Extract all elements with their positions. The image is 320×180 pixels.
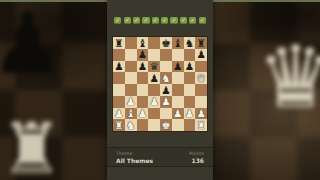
streak-check-icon: ✓ — [124, 17, 131, 24]
white-pawn-icon: ♟ — [114, 108, 123, 119]
white-pawn-icon: ♟ — [149, 96, 158, 107]
bottom-stats-bar: Theme All Themes Points 136 — [107, 147, 213, 167]
black-rook-icon: ♜ — [114, 37, 123, 48]
square-c5[interactable] — [137, 72, 149, 84]
streak-check-icon: ✓ — [161, 17, 168, 24]
square-g1[interactable] — [184, 119, 196, 131]
black-pawn-icon: ♟ — [138, 49, 147, 60]
white-knight-icon: ♞ — [161, 72, 170, 83]
black-pawn-icon: ♟ — [185, 61, 194, 72]
theme-value: All Themes — [116, 157, 153, 164]
square-c1[interactable] — [137, 119, 149, 131]
square-a4[interactable] — [113, 84, 125, 96]
square-g5[interactable] — [184, 72, 196, 84]
square-e3[interactable]: ♟ — [160, 96, 172, 108]
square-d3[interactable]: ♟ — [148, 96, 160, 108]
square-f2[interactable]: ♟ — [172, 108, 184, 120]
white-pawn-icon: ♟ — [173, 108, 182, 119]
square-g4[interactable] — [184, 84, 196, 96]
square-d8[interactable] — [148, 37, 160, 49]
square-h5[interactable]: ♛ — [195, 72, 207, 84]
square-b5[interactable] — [125, 72, 137, 84]
black-knight-icon: ♞ — [185, 37, 194, 48]
square-a6[interactable]: ♟ — [113, 61, 125, 73]
square-f6[interactable]: ♟ — [172, 61, 184, 73]
points-stat: Points 136 — [189, 151, 204, 164]
square-g6[interactable]: ♟ — [184, 61, 196, 73]
square-e7[interactable] — [160, 49, 172, 61]
streak-check-icon: ✓ — [142, 17, 149, 24]
black-bishop-icon: ♝ — [173, 37, 182, 48]
theme-stat: Theme All Themes — [116, 151, 153, 164]
white-pawn-icon: ♟ — [196, 108, 205, 119]
square-h4[interactable] — [195, 84, 207, 96]
streak-check-icon: ✓ — [152, 17, 159, 24]
black-rook-icon: ♜ — [196, 37, 205, 48]
square-g8[interactable]: ♞ — [184, 37, 196, 49]
black-king-icon: ♚ — [161, 37, 170, 48]
square-a5[interactable] — [113, 72, 125, 84]
square-c4[interactable] — [137, 84, 149, 96]
black-pawn-icon: ♟ — [161, 84, 170, 95]
white-pawn-icon: ♟ — [161, 96, 170, 107]
square-c2[interactable]: ♟ — [137, 108, 149, 120]
theme-label: Theme — [116, 151, 153, 156]
white-pawn-icon: ♟ — [126, 96, 135, 107]
white-rook-icon: ♜ — [114, 119, 123, 130]
app-screen: ♟ ♜ ♛ ✓✓✓✓✓✓✓✓✓✓ ♜♝♚♝♞♜♟♟♟♟♛♟♟♟♞♛♟♟♟♟♟♝♟… — [0, 0, 320, 180]
square-a8[interactable]: ♜ — [113, 37, 125, 49]
square-b7[interactable] — [125, 49, 137, 61]
streak-check-icon: ✓ — [189, 17, 196, 24]
streak-row: ✓✓✓✓✓✓✓✓✓✓ — [107, 17, 213, 24]
points-label: Points — [189, 151, 204, 156]
white-king-icon: ♚ — [161, 119, 170, 130]
square-d2[interactable] — [148, 108, 160, 120]
square-b8[interactable] — [125, 37, 137, 49]
streak-check-icon: ✓ — [170, 17, 177, 24]
white-pawn-icon: ♟ — [185, 108, 194, 119]
chess-board[interactable]: ♜♝♚♝♞♜♟♟♟♟♛♟♟♟♞♛♟♟♟♟♟♝♟♟♟♟♜♞♚♜ — [113, 37, 207, 131]
square-a1[interactable]: ♜ — [113, 119, 125, 131]
square-h7[interactable]: ♟ — [195, 49, 207, 61]
white-pawn-icon: ♟ — [138, 108, 147, 119]
black-pawn-icon: ♟ — [196, 49, 205, 60]
square-b6[interactable] — [125, 61, 137, 73]
black-queen-icon: ♛ — [149, 61, 158, 72]
black-pawn-icon: ♟ — [138, 61, 147, 72]
streak-check-icon: ✓ — [114, 17, 121, 24]
backdrop-black-pawn-icon: ♟ — [0, 2, 65, 86]
white-knight-icon: ♞ — [126, 119, 135, 130]
app-panel: ✓✓✓✓✓✓✓✓✓✓ ♜♝♚♝♞♜♟♟♟♟♛♟♟♟♞♛♟♟♟♟♟♝♟♟♟♟♜♞♚… — [107, 0, 213, 180]
square-f4[interactable] — [172, 84, 184, 96]
square-c6[interactable]: ♟ — [137, 61, 149, 73]
square-f1[interactable] — [172, 119, 184, 131]
points-value: 136 — [191, 157, 204, 164]
square-e8[interactable]: ♚ — [160, 37, 172, 49]
black-bishop-icon: ♝ — [138, 37, 147, 48]
square-d5[interactable]: ♟ — [148, 72, 160, 84]
square-e1[interactable]: ♚ — [160, 119, 172, 131]
square-h1[interactable]: ♜ — [195, 119, 207, 131]
square-d1[interactable] — [148, 119, 160, 131]
black-pawn-icon: ♟ — [173, 61, 182, 72]
backdrop-white-rook-icon: ♜ — [0, 114, 63, 180]
streak-check-icon: ✓ — [199, 17, 206, 24]
streak-check-icon: ✓ — [180, 17, 187, 24]
square-f8[interactable]: ♝ — [172, 37, 184, 49]
square-g2[interactable]: ♟ — [184, 108, 196, 120]
backdrop-white-queen-icon: ♛ — [257, 34, 320, 120]
black-pawn-icon: ♟ — [114, 61, 123, 72]
streak-check-icon: ✓ — [133, 17, 140, 24]
black-pawn-icon: ♟ — [149, 72, 158, 83]
square-b1[interactable]: ♞ — [125, 119, 137, 131]
square-f5[interactable] — [172, 72, 184, 84]
white-rook-icon: ♜ — [196, 119, 205, 130]
white-queen-icon: ♛ — [196, 72, 205, 83]
white-bishop-icon: ♝ — [126, 108, 135, 119]
